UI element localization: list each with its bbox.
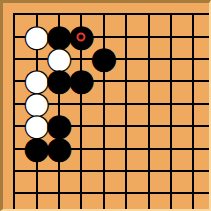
black-stone: ● <box>46 110 72 140</box>
intersection <box>205 70 209 92</box>
intersection: ● <box>48 48 70 70</box>
intersection: ● <box>48 25 70 47</box>
intersection <box>93 115 115 137</box>
black-stone: ● <box>46 21 72 51</box>
intersection <box>70 137 92 159</box>
intersection <box>115 137 137 159</box>
intersection <box>115 182 137 204</box>
intersection <box>160 25 182 47</box>
intersection: ● <box>48 70 70 92</box>
intersection <box>160 3 182 25</box>
intersection <box>205 3 209 25</box>
intersection <box>182 205 204 209</box>
intersection <box>25 3 47 25</box>
intersection <box>115 70 137 92</box>
intersection <box>137 48 159 70</box>
intersection <box>205 115 209 137</box>
black-stone: ● <box>68 65 94 95</box>
intersection <box>70 205 92 209</box>
intersection: ● <box>48 137 70 159</box>
white-stone: ● <box>23 21 49 51</box>
intersection <box>48 93 70 115</box>
intersection <box>70 182 92 204</box>
intersection <box>3 3 25 25</box>
intersection: ● <box>25 115 47 137</box>
intersection: ● <box>48 115 70 137</box>
intersection <box>205 160 209 182</box>
intersection <box>93 3 115 25</box>
intersection <box>25 182 47 204</box>
intersection: ● <box>25 70 47 92</box>
go-board-frame: ●●●●●●●●●●●●● <box>0 0 211 211</box>
intersection: ● <box>70 25 92 47</box>
intersection <box>182 182 204 204</box>
intersection <box>182 3 204 25</box>
intersection <box>182 93 204 115</box>
intersection <box>115 93 137 115</box>
intersection <box>137 115 159 137</box>
intersection <box>160 115 182 137</box>
intersection <box>93 70 115 92</box>
intersection <box>205 205 209 209</box>
intersection <box>137 93 159 115</box>
circle-marker <box>77 32 86 41</box>
intersection <box>137 25 159 47</box>
intersection <box>3 160 25 182</box>
intersection <box>93 205 115 209</box>
intersection: ● <box>25 137 47 159</box>
intersection <box>182 115 204 137</box>
intersection: ● <box>25 25 47 47</box>
intersection <box>70 3 92 25</box>
intersection <box>205 137 209 159</box>
intersection: ● <box>93 48 115 70</box>
intersection <box>3 70 25 92</box>
intersection <box>137 182 159 204</box>
intersection <box>115 25 137 47</box>
white-stone: ● <box>46 43 72 73</box>
black-stone: ● <box>46 133 72 163</box>
intersection <box>3 205 25 209</box>
intersection <box>115 115 137 137</box>
intersection <box>93 25 115 47</box>
goban: ●●●●●●●●●●●●● <box>3 3 209 209</box>
intersection <box>182 48 204 70</box>
intersection <box>182 160 204 182</box>
intersection <box>48 205 70 209</box>
intersection <box>205 48 209 70</box>
intersection <box>182 25 204 47</box>
intersection <box>160 93 182 115</box>
intersection: ● <box>70 70 92 92</box>
black-stone: ● <box>23 133 49 163</box>
white-stone: ● <box>23 65 49 95</box>
intersection <box>70 93 92 115</box>
intersection <box>182 137 204 159</box>
intersection <box>25 160 47 182</box>
intersection <box>93 93 115 115</box>
intersection <box>3 48 25 70</box>
intersection <box>3 93 25 115</box>
white-stone: ● <box>23 110 49 140</box>
intersection: ● <box>25 93 47 115</box>
white-stone: ● <box>23 88 49 118</box>
intersection <box>137 160 159 182</box>
intersection <box>137 3 159 25</box>
intersection <box>93 160 115 182</box>
intersection <box>205 25 209 47</box>
intersection <box>115 160 137 182</box>
intersection <box>205 182 209 204</box>
intersection <box>3 137 25 159</box>
intersection <box>93 182 115 204</box>
intersection <box>182 70 204 92</box>
black-stone: ● <box>46 65 72 95</box>
intersection <box>93 137 115 159</box>
intersection <box>3 115 25 137</box>
intersection <box>48 182 70 204</box>
intersection <box>70 48 92 70</box>
intersection <box>48 160 70 182</box>
intersection <box>137 137 159 159</box>
intersection <box>115 3 137 25</box>
intersection <box>115 48 137 70</box>
intersection <box>70 160 92 182</box>
intersection <box>3 25 25 47</box>
intersection <box>160 160 182 182</box>
intersection <box>25 48 47 70</box>
intersection <box>137 205 159 209</box>
intersection <box>3 182 25 204</box>
intersection <box>160 182 182 204</box>
intersection <box>137 70 159 92</box>
intersection <box>205 93 209 115</box>
intersection <box>160 205 182 209</box>
black-stone: ● <box>91 43 117 73</box>
intersection <box>160 70 182 92</box>
intersection <box>25 205 47 209</box>
intersection <box>160 48 182 70</box>
intersection <box>48 3 70 25</box>
intersection <box>70 115 92 137</box>
intersection <box>115 205 137 209</box>
intersection <box>160 137 182 159</box>
